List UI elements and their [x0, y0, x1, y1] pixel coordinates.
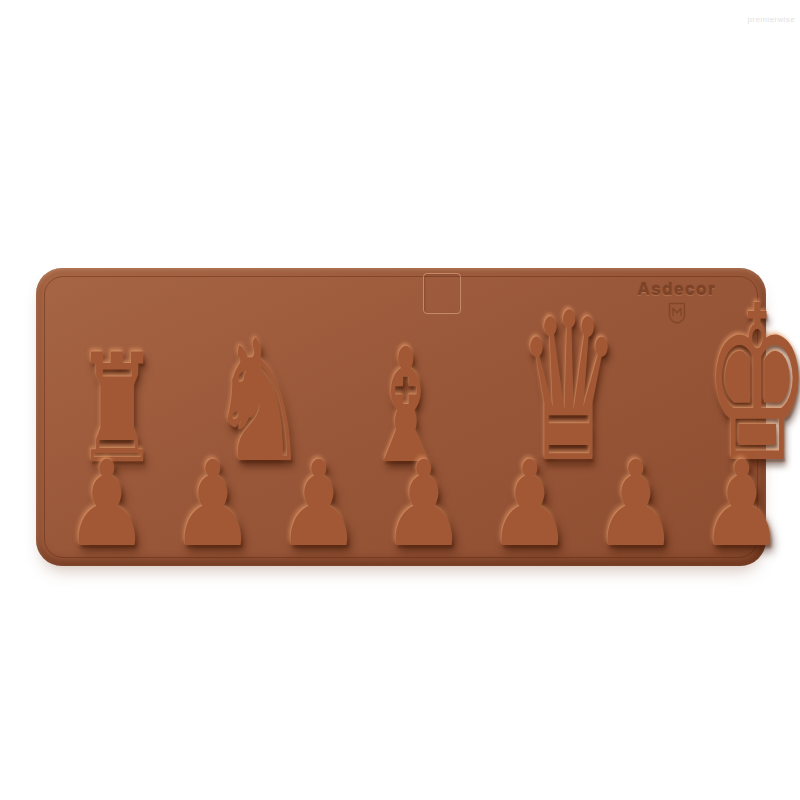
- pawn-piece: ♟: [382, 445, 467, 563]
- mold-cavity-pawn: ♟: [583, 445, 689, 548]
- mold-cavity-pawn: ♟: [160, 445, 266, 548]
- mold-cavity-pawn: ♟: [266, 445, 372, 548]
- photo-watermark: premierwise: [747, 15, 795, 24]
- pawn-piece: ♟: [699, 445, 784, 563]
- mold-cavity-pawn: ♟: [54, 445, 160, 548]
- pawn-piece: ♟: [170, 445, 255, 563]
- pawn-piece: ♟: [276, 445, 361, 563]
- mold-cavity-pawn: ♟: [371, 445, 477, 548]
- mold-cavity-pawn: ♟: [689, 445, 795, 548]
- mold-cavity-pawn: ♟: [795, 445, 800, 548]
- chocolate-mold-tray: Asdecor ♜ ♞ ♝ ♛ ♚: [36, 268, 766, 566]
- pawn-rank-cavities: ♟ ♟ ♟ ♟ ♟ ♟ ♟ ♟: [54, 448, 744, 548]
- pawn-piece: ♟: [488, 445, 573, 563]
- pawn-piece: ♟: [594, 445, 679, 563]
- mold-cavity-pawn: ♟: [477, 445, 583, 548]
- pawn-piece: ♟: [65, 445, 150, 563]
- product-photo: premierwise Asdecor ♜ ♞ ♝ ♛: [0, 0, 800, 800]
